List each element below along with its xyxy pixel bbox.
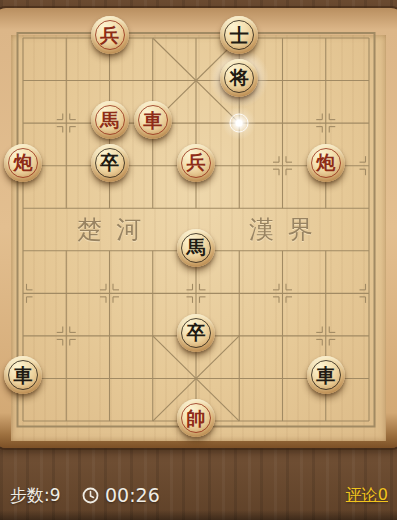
piece-red-general[interactable]: 帥 <box>177 399 215 437</box>
piece-label: 馬 <box>177 229 215 267</box>
time-label: 00:26 <box>105 484 160 506</box>
piece-black-chariot[interactable]: 車 <box>307 356 345 394</box>
comments-link[interactable]: 评论0 <box>346 485 388 506</box>
piece-red-horse[interactable]: 馬 <box>91 101 129 139</box>
piece-black-chariot[interactable]: 車 <box>4 356 42 394</box>
river-label-right: 漢界 <box>249 213 327 246</box>
piece-red-pawn[interactable]: 兵 <box>177 144 215 182</box>
clock-icon <box>82 487 99 504</box>
piece-red-cannon[interactable]: 炮 <box>307 144 345 182</box>
piece-black-advisor[interactable]: 士 <box>220 16 258 54</box>
piece-red-cannon[interactable]: 炮 <box>4 144 42 182</box>
xiangqi-app: 楚河 漢界 兵士将馬車炮卒兵炮馬卒車車帥 步数:9 00:26 评论0 <box>0 0 397 520</box>
piece-label: 兵 <box>91 16 129 54</box>
piece-black-pawn[interactable]: 卒 <box>91 144 129 182</box>
piece-label: 将 <box>220 59 258 97</box>
piece-label: 車 <box>134 101 172 139</box>
move-count-label: 步数:9 <box>10 484 61 507</box>
status-bar: 步数:9 00:26 评论0 <box>0 448 397 520</box>
river-label-left: 楚河 <box>77 213 155 246</box>
piece-red-pawn[interactable]: 兵 <box>91 16 129 54</box>
piece-label: 炮 <box>4 144 42 182</box>
game-clock: 00:26 <box>82 484 160 506</box>
piece-label: 馬 <box>91 101 129 139</box>
piece-black-horse[interactable]: 馬 <box>177 229 215 267</box>
piece-label: 兵 <box>177 144 215 182</box>
piece-red-chariot[interactable]: 車 <box>134 101 172 139</box>
piece-label: 車 <box>4 356 42 394</box>
piece-black-pawn[interactable]: 卒 <box>177 314 215 352</box>
piece-label: 士 <box>220 16 258 54</box>
piece-label: 卒 <box>91 144 129 182</box>
piece-label: 卒 <box>177 314 215 352</box>
piece-label: 車 <box>307 356 345 394</box>
piece-black-general[interactable]: 将 <box>220 59 258 97</box>
piece-label: 帥 <box>177 399 215 437</box>
piece-label: 炮 <box>307 144 345 182</box>
